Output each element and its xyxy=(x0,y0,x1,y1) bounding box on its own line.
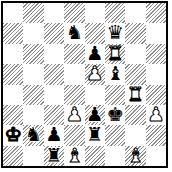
square-a7[interactable] xyxy=(3,23,23,43)
square-e1[interactable] xyxy=(85,146,105,166)
square-e3[interactable]: ♟ xyxy=(85,105,105,125)
square-a8[interactable] xyxy=(3,3,23,23)
square-h2[interactable] xyxy=(146,125,166,145)
square-g1[interactable]: ♝ xyxy=(125,146,145,166)
square-a3[interactable] xyxy=(3,105,23,125)
square-b8[interactable] xyxy=(23,3,43,23)
square-h8[interactable] xyxy=(146,3,166,23)
black-pawn-e6[interactable]: ♟ xyxy=(86,44,103,64)
white-rook-f6[interactable]: ♜ xyxy=(106,44,123,64)
black-rook-c1[interactable]: ♜ xyxy=(45,146,62,166)
square-b3[interactable] xyxy=(23,105,43,125)
square-g5[interactable] xyxy=(125,64,145,84)
black-knight-b2[interactable]: ♞ xyxy=(25,125,42,145)
square-g6[interactable] xyxy=(125,44,145,64)
square-d3[interactable]: ♟ xyxy=(64,105,84,125)
square-g7[interactable] xyxy=(125,23,145,43)
square-d4[interactable] xyxy=(64,85,84,105)
black-queen-f7[interactable]: ♛ xyxy=(106,23,123,43)
square-h3[interactable]: ♟ xyxy=(146,105,166,125)
square-c1[interactable]: ♜ xyxy=(44,146,64,166)
square-g2[interactable] xyxy=(125,125,145,145)
white-king-a2[interactable]: ♚ xyxy=(4,125,21,145)
square-f6[interactable]: ♜ xyxy=(105,44,125,64)
square-g3[interactable] xyxy=(125,105,145,125)
square-d2[interactable] xyxy=(64,125,84,145)
square-f5[interactable]: ♝ xyxy=(105,64,125,84)
square-c3[interactable] xyxy=(44,105,64,125)
square-a6[interactable] xyxy=(3,44,23,64)
white-rook-g4[interactable]: ♜ xyxy=(127,85,144,105)
square-b4[interactable] xyxy=(23,85,43,105)
square-h7[interactable] xyxy=(146,23,166,43)
square-e7[interactable] xyxy=(85,23,105,43)
black-king-f3[interactable]: ♚ xyxy=(106,105,123,125)
black-pawn-c2[interactable]: ♟ xyxy=(45,125,62,145)
black-rook-e2[interactable]: ♜ xyxy=(86,125,103,145)
square-e5[interactable]: ♟ xyxy=(85,64,105,84)
square-h5[interactable] xyxy=(146,64,166,84)
square-f1[interactable] xyxy=(105,146,125,166)
square-b7[interactable] xyxy=(23,23,43,43)
white-pawn-h3[interactable]: ♟ xyxy=(147,105,164,125)
black-bishop-f5[interactable]: ♝ xyxy=(106,64,123,84)
square-a4[interactable] xyxy=(3,85,23,105)
square-h1[interactable] xyxy=(146,146,166,166)
square-e6[interactable]: ♟ xyxy=(85,44,105,64)
black-knight-d7[interactable]: ♞ xyxy=(66,23,83,43)
square-f8[interactable] xyxy=(105,3,125,23)
square-h6[interactable] xyxy=(146,44,166,64)
square-c5[interactable] xyxy=(44,64,64,84)
square-f3[interactable]: ♚ xyxy=(105,105,125,125)
square-a1[interactable] xyxy=(3,146,23,166)
white-bishop-d1[interactable]: ♝ xyxy=(66,146,83,166)
square-g8[interactable] xyxy=(125,3,145,23)
square-b1[interactable] xyxy=(23,146,43,166)
white-bishop-g1[interactable]: ♝ xyxy=(127,146,144,166)
square-f7[interactable]: ♛ xyxy=(105,23,125,43)
square-g4[interactable]: ♜ xyxy=(125,85,145,105)
square-d6[interactable] xyxy=(64,44,84,64)
square-b5[interactable] xyxy=(23,64,43,84)
square-a5[interactable] xyxy=(3,64,23,84)
square-c8[interactable] xyxy=(44,3,64,23)
square-b2[interactable]: ♞ xyxy=(23,125,43,145)
square-c4[interactable] xyxy=(44,85,64,105)
square-d8[interactable] xyxy=(64,3,84,23)
square-h4[interactable] xyxy=(146,85,166,105)
square-e4[interactable] xyxy=(85,85,105,105)
square-c2[interactable]: ♟ xyxy=(44,125,64,145)
square-e2[interactable]: ♜ xyxy=(85,125,105,145)
square-f2[interactable] xyxy=(105,125,125,145)
square-d1[interactable]: ♝ xyxy=(64,146,84,166)
white-pawn-d3[interactable]: ♟ xyxy=(66,105,83,125)
chess-board: ♞♛♟♜♟♝♜♟♟♚♟♚♞♟♜♜♝♝ xyxy=(1,1,168,168)
square-b6[interactable] xyxy=(23,44,43,64)
square-d7[interactable]: ♞ xyxy=(64,23,84,43)
square-c7[interactable] xyxy=(44,23,64,43)
square-c6[interactable] xyxy=(44,44,64,64)
square-a2[interactable]: ♚ xyxy=(3,125,23,145)
square-d5[interactable] xyxy=(64,64,84,84)
white-pawn-e5[interactable]: ♟ xyxy=(86,64,103,84)
black-pawn-e3[interactable]: ♟ xyxy=(86,105,103,125)
square-e8[interactable] xyxy=(85,3,105,23)
square-f4[interactable] xyxy=(105,85,125,105)
